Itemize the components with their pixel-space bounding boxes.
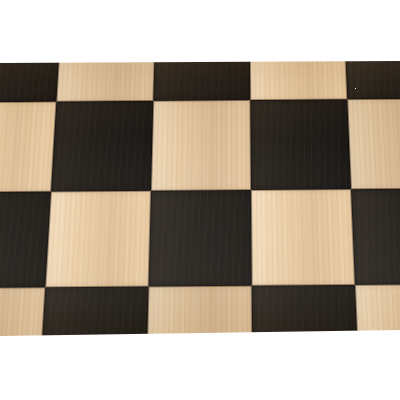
square-b4 <box>0 192 51 289</box>
square-e5 <box>250 99 351 190</box>
square-c4 <box>45 191 151 288</box>
square-e3 <box>252 285 359 388</box>
square-c2 <box>33 389 146 400</box>
square-b5 <box>0 102 56 193</box>
square-f4 <box>351 188 400 284</box>
square-e7 <box>249 0 344 15</box>
square-b3 <box>0 287 45 390</box>
board-photo-crop <box>0 58 400 338</box>
square-f2 <box>359 386 400 400</box>
square-b2 <box>0 389 39 400</box>
square-f7 <box>340 0 400 15</box>
square-f3 <box>355 284 400 387</box>
square-f5 <box>347 99 400 190</box>
square-c5 <box>51 101 153 192</box>
chess-board <box>0 0 400 400</box>
square-b7 <box>0 0 66 18</box>
square-e4 <box>251 189 355 285</box>
square-d5 <box>151 100 251 191</box>
square-d7 <box>156 0 250 16</box>
square-f6 <box>344 14 400 99</box>
square-c3 <box>39 287 148 390</box>
chessboard-product-photo <box>0 0 400 400</box>
square-d2 <box>143 388 253 400</box>
square-c7 <box>61 0 157 17</box>
square-d4 <box>149 190 252 287</box>
square-d6 <box>153 15 250 100</box>
square-e2 <box>253 387 364 400</box>
square-c6 <box>56 16 155 101</box>
square-b6 <box>0 17 61 102</box>
square-e6 <box>250 15 348 100</box>
square-d3 <box>146 286 253 389</box>
